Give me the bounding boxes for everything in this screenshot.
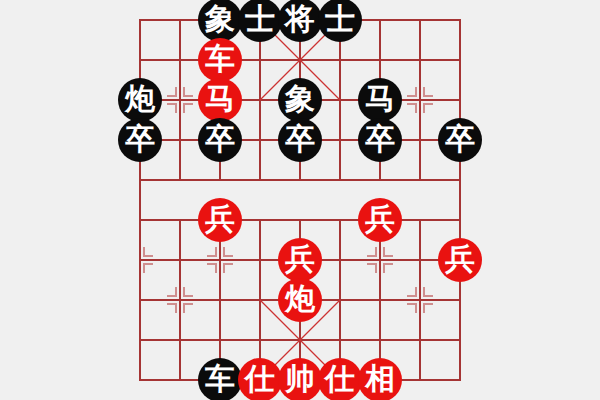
piece-red-general[interactable]: 帅 <box>278 358 322 400</box>
pieces-layer: 象士将士车炮马象马卒卒卒卒卒兵兵兵兵炮车仕帅仕相 <box>0 0 600 400</box>
piece-glyph: 兵 <box>365 204 395 234</box>
piece-glyph: 帅 <box>285 364 315 394</box>
piece-red-advisor[interactable]: 仕 <box>318 358 362 400</box>
piece-glyph: 马 <box>205 84 235 114</box>
piece-glyph: 仕 <box>245 364 275 394</box>
piece-glyph: 仕 <box>325 364 355 394</box>
piece-black-general[interactable]: 将 <box>278 0 322 42</box>
piece-black-pawn[interactable]: 卒 <box>278 118 322 162</box>
piece-black-elephant[interactable]: 象 <box>278 78 322 122</box>
piece-glyph: 卒 <box>365 124 395 154</box>
piece-black-advisor[interactable]: 士 <box>238 0 282 42</box>
piece-black-elephant[interactable]: 象 <box>198 0 242 42</box>
piece-red-cannon[interactable]: 炮 <box>278 278 322 322</box>
piece-black-pawn[interactable]: 卒 <box>358 118 402 162</box>
piece-glyph: 炮 <box>125 84 155 114</box>
piece-glyph: 马 <box>365 84 395 114</box>
piece-glyph: 士 <box>325 4 355 34</box>
piece-black-advisor[interactable]: 士 <box>318 0 362 42</box>
piece-red-pawn[interactable]: 兵 <box>198 198 242 242</box>
piece-black-chariot[interactable]: 车 <box>198 358 242 400</box>
piece-glyph: 卒 <box>445 124 475 154</box>
piece-glyph: 士 <box>245 4 275 34</box>
piece-red-pawn[interactable]: 兵 <box>278 238 322 282</box>
piece-glyph: 卒 <box>125 124 155 154</box>
piece-black-horse[interactable]: 马 <box>358 78 402 122</box>
piece-red-advisor[interactable]: 仕 <box>238 358 282 400</box>
piece-red-pawn[interactable]: 兵 <box>358 198 402 242</box>
piece-red-elephant[interactable]: 相 <box>358 358 402 400</box>
piece-glyph: 车 <box>205 44 235 74</box>
piece-glyph: 兵 <box>205 204 235 234</box>
piece-red-horse[interactable]: 马 <box>198 78 242 122</box>
piece-glyph: 将 <box>285 4 315 34</box>
piece-glyph: 相 <box>365 364 395 394</box>
piece-glyph: 象 <box>285 84 315 114</box>
piece-black-cannon[interactable]: 炮 <box>118 78 162 122</box>
piece-glyph: 车 <box>205 364 235 394</box>
piece-red-pawn[interactable]: 兵 <box>438 238 482 282</box>
xiangqi-board-area: 象士将士车炮马象马卒卒卒卒卒兵兵兵兵炮车仕帅仕相 <box>0 0 600 400</box>
piece-glyph: 兵 <box>445 244 475 274</box>
piece-black-pawn[interactable]: 卒 <box>438 118 482 162</box>
piece-black-pawn[interactable]: 卒 <box>118 118 162 162</box>
piece-red-chariot[interactable]: 车 <box>198 38 242 82</box>
piece-black-pawn[interactable]: 卒 <box>198 118 242 162</box>
piece-glyph: 卒 <box>285 124 315 154</box>
piece-glyph: 卒 <box>205 124 235 154</box>
piece-glyph: 炮 <box>285 284 315 314</box>
piece-glyph: 兵 <box>285 244 315 274</box>
piece-glyph: 象 <box>205 4 235 34</box>
